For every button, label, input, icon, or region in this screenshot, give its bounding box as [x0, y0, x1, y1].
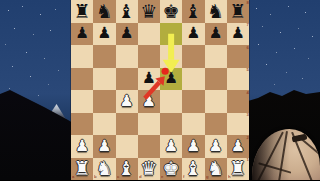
piece-black-queen[interactable]: ♛	[138, 0, 160, 23]
piece-white-pawn[interactable]: ♟	[182, 135, 204, 158]
piece-white-pawn[interactable]: ♟	[205, 135, 227, 158]
piece-white-pawn[interactable]: ♟	[138, 90, 160, 113]
square-g4[interactable]	[205, 90, 227, 113]
square-b2[interactable]: ♟	[93, 135, 115, 158]
square-h2[interactable]: ♟2	[227, 135, 249, 158]
piece-white-bishop[interactable]: ♝	[182, 158, 204, 181]
piece-black-bishop[interactable]: ♝	[116, 0, 138, 23]
square-c2[interactable]	[116, 135, 138, 158]
square-d6[interactable]	[138, 45, 160, 68]
piece-white-knight[interactable]: ♞	[205, 158, 227, 181]
square-h6[interactable]: 6	[227, 45, 249, 68]
square-b8[interactable]: ♞	[93, 0, 115, 23]
square-f3[interactable]	[182, 113, 204, 136]
piece-white-pawn[interactable]: ♟	[71, 135, 93, 158]
square-a6[interactable]	[71, 45, 93, 68]
piece-white-knight[interactable]: ♞	[93, 158, 115, 181]
square-b7[interactable]: ♟	[93, 23, 115, 46]
piece-black-pawn[interactable]: ♟	[116, 23, 138, 46]
chess-board: ♜♞♝♛♚♝♞♜8♟♟♟♟♟♟76♟♟5♟♟43♟♟♟♟♟♟2♜a♞b♝c♛d♚…	[71, 0, 249, 180]
square-h1[interactable]: ♜1h	[227, 158, 249, 181]
piece-white-rook[interactable]: ♜	[71, 158, 93, 181]
piece-white-pawn[interactable]: ♟	[227, 135, 249, 158]
square-a4[interactable]	[71, 90, 93, 113]
piece-black-king[interactable]: ♚	[160, 0, 182, 23]
piece-black-knight[interactable]: ♞	[205, 0, 227, 23]
mountain-left-image	[0, 0, 80, 180]
square-f1[interactable]: ♝f	[182, 158, 204, 181]
square-f2[interactable]: ♟	[182, 135, 204, 158]
square-e2[interactable]: ♟	[160, 135, 182, 158]
stars-left	[0, 0, 1, 1]
square-g3[interactable]	[205, 113, 227, 136]
square-e7[interactable]	[160, 23, 182, 46]
square-g5[interactable]	[205, 68, 227, 91]
square-a5[interactable]	[71, 68, 93, 91]
square-d8[interactable]: ♛	[138, 0, 160, 23]
square-b4[interactable]	[93, 90, 115, 113]
square-c3[interactable]	[116, 113, 138, 136]
square-b3[interactable]	[93, 113, 115, 136]
square-a8[interactable]: ♜	[71, 0, 93, 23]
square-f4[interactable]	[182, 90, 204, 113]
square-g7[interactable]: ♟	[205, 23, 227, 46]
piece-black-pawn[interactable]: ♟	[71, 23, 93, 46]
square-h7[interactable]: ♟7	[227, 23, 249, 46]
piece-white-pawn[interactable]: ♟	[93, 135, 115, 158]
stars-right	[250, 0, 251, 1]
square-h5[interactable]: 5	[227, 68, 249, 91]
piece-white-king[interactable]: ♚	[160, 158, 182, 181]
square-c8[interactable]: ♝	[116, 0, 138, 23]
square-c1[interactable]: ♝c	[116, 158, 138, 181]
square-a2[interactable]: ♟	[71, 135, 93, 158]
piece-black-pawn[interactable]: ♟	[227, 23, 249, 46]
square-c6[interactable]	[116, 45, 138, 68]
square-h3[interactable]: 3	[227, 113, 249, 136]
square-f6[interactable]	[182, 45, 204, 68]
square-e4[interactable]	[160, 90, 182, 113]
square-e8[interactable]: ♚	[160, 0, 182, 23]
piece-white-pawn[interactable]: ♟	[160, 135, 182, 158]
rank-label-4: 4	[246, 91, 248, 95]
square-c5[interactable]	[116, 68, 138, 91]
camping-night-scene: ♜♞♝♛♚♝♞♜8♟♟♟♟♟♟76♟♟5♟♟43♟♟♟♟♟♟2♜a♞b♝c♛d♚…	[0, 0, 320, 180]
square-h8[interactable]: ♜8	[227, 0, 249, 23]
square-e1[interactable]: ♚e	[160, 158, 182, 181]
piece-black-pawn[interactable]: ♟	[160, 68, 182, 91]
square-d1[interactable]: ♛d	[138, 158, 160, 181]
piece-black-pawn[interactable]: ♟	[138, 68, 160, 91]
square-d2[interactable]	[138, 135, 160, 158]
square-e3[interactable]	[160, 113, 182, 136]
square-a1[interactable]: ♜a	[71, 158, 93, 181]
square-g1[interactable]: ♞g	[205, 158, 227, 181]
piece-black-pawn[interactable]: ♟	[93, 23, 115, 46]
piece-black-pawn[interactable]: ♟	[205, 23, 227, 46]
rank-label-6: 6	[246, 46, 248, 50]
square-c7[interactable]: ♟	[116, 23, 138, 46]
piece-black-rook[interactable]: ♜	[227, 0, 249, 23]
square-b6[interactable]	[93, 45, 115, 68]
piece-white-queen[interactable]: ♛	[138, 158, 160, 181]
square-g2[interactable]: ♟	[205, 135, 227, 158]
square-d4[interactable]: ♟	[138, 90, 160, 113]
square-h4[interactable]: 4	[227, 90, 249, 113]
square-b5[interactable]	[93, 68, 115, 91]
square-f7[interactable]: ♟	[182, 23, 204, 46]
square-d7[interactable]	[138, 23, 160, 46]
square-d5[interactable]: ♟	[138, 68, 160, 91]
square-e6[interactable]	[160, 45, 182, 68]
square-e5[interactable]: ♟	[160, 68, 182, 91]
piece-black-rook[interactable]: ♜	[71, 0, 93, 23]
square-c4[interactable]: ♟	[116, 90, 138, 113]
piece-white-bishop[interactable]: ♝	[116, 158, 138, 181]
square-f8[interactable]: ♝	[182, 0, 204, 23]
rank-label-5: 5	[246, 68, 248, 72]
square-a3[interactable]	[71, 113, 93, 136]
piece-white-rook[interactable]: ♜	[227, 158, 249, 181]
piece-white-pawn[interactable]: ♟	[116, 90, 138, 113]
square-g6[interactable]	[205, 45, 227, 68]
square-d3[interactable]	[138, 113, 160, 136]
square-b1[interactable]: ♞b	[93, 158, 115, 181]
rank-label-3: 3	[246, 113, 248, 117]
square-f5[interactable]	[182, 68, 204, 91]
square-a7[interactable]: ♟	[71, 23, 93, 46]
piece-black-pawn[interactable]: ♟	[182, 23, 204, 46]
piece-black-knight[interactable]: ♞	[93, 0, 115, 23]
square-g8[interactable]: ♞	[205, 0, 227, 23]
piece-black-bishop[interactable]: ♝	[182, 0, 204, 23]
